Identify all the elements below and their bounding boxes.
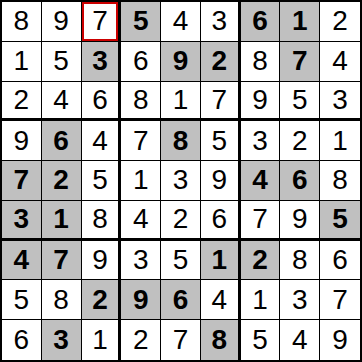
cell-r6c1[interactable]: 3 (2, 201, 42, 241)
cell-r4c5[interactable]: 8 (161, 121, 201, 161)
cell-r2c3[interactable]: 3 (82, 42, 122, 82)
cell-r1c3-selected[interactable]: 7 (82, 2, 122, 42)
cell-r3c4[interactable]: 8 (121, 82, 161, 122)
cell-r6c6[interactable]: 6 (201, 201, 241, 241)
cell-r7c6[interactable]: 1 (201, 241, 241, 281)
cell-r1c7[interactable]: 6 (241, 2, 281, 42)
cell-r4c9[interactable]: 1 (320, 121, 360, 161)
cell-r8c5[interactable]: 6 (161, 280, 201, 320)
cell-r7c5[interactable]: 5 (161, 241, 201, 281)
cell-r3c9[interactable]: 3 (320, 82, 360, 122)
cell-r3c1[interactable]: 2 (2, 82, 42, 122)
cell-r5c3[interactable]: 5 (82, 161, 122, 201)
cell-r4c4[interactable]: 7 (121, 121, 161, 161)
cell-r8c3[interactable]: 2 (82, 280, 122, 320)
sudoku-board: 8975436121536928742468179539647853217251… (0, 0, 362, 362)
cell-r3c8[interactable]: 5 (280, 82, 320, 122)
cell-r2c4[interactable]: 6 (121, 42, 161, 82)
cell-r4c2[interactable]: 6 (42, 121, 82, 161)
cell-r8c6[interactable]: 4 (201, 280, 241, 320)
cell-r9c5[interactable]: 7 (161, 320, 201, 360)
cell-r8c9[interactable]: 7 (320, 280, 360, 320)
cell-r8c2[interactable]: 8 (42, 280, 82, 320)
cell-r5c4[interactable]: 1 (121, 161, 161, 201)
cell-r9c8[interactable]: 4 (280, 320, 320, 360)
cell-r1c6[interactable]: 3 (201, 2, 241, 42)
cell-r9c4[interactable]: 2 (121, 320, 161, 360)
cell-r5c6[interactable]: 9 (201, 161, 241, 201)
cell-r2c7[interactable]: 8 (241, 42, 281, 82)
cell-r2c9[interactable]: 4 (320, 42, 360, 82)
cell-r7c3[interactable]: 9 (82, 241, 122, 281)
cell-r7c4[interactable]: 3 (121, 241, 161, 281)
cell-r5c8[interactable]: 6 (280, 161, 320, 201)
cell-r2c2[interactable]: 5 (42, 42, 82, 82)
cell-r1c8[interactable]: 1 (280, 2, 320, 42)
cell-r9c2[interactable]: 3 (42, 320, 82, 360)
cell-r3c3[interactable]: 6 (82, 82, 122, 122)
cell-r1c5[interactable]: 4 (161, 2, 201, 42)
cell-r1c2[interactable]: 9 (42, 2, 82, 42)
cell-r8c4[interactable]: 9 (121, 280, 161, 320)
cell-r9c9[interactable]: 9 (320, 320, 360, 360)
cell-r9c7[interactable]: 5 (241, 320, 281, 360)
cell-r7c1[interactable]: 4 (2, 241, 42, 281)
cell-r1c1[interactable]: 8 (2, 2, 42, 42)
cell-r7c8[interactable]: 8 (280, 241, 320, 281)
cell-r4c3[interactable]: 4 (82, 121, 122, 161)
cell-r4c6[interactable]: 5 (201, 121, 241, 161)
cell-r4c1[interactable]: 9 (2, 121, 42, 161)
cell-r3c5[interactable]: 1 (161, 82, 201, 122)
cell-r8c7[interactable]: 1 (241, 280, 281, 320)
cell-r6c4[interactable]: 4 (121, 201, 161, 241)
cell-r6c8[interactable]: 9 (280, 201, 320, 241)
cell-r7c7[interactable]: 2 (241, 241, 281, 281)
cell-r6c3[interactable]: 8 (82, 201, 122, 241)
cell-r2c5[interactable]: 9 (161, 42, 201, 82)
cell-r9c3[interactable]: 1 (82, 320, 122, 360)
cell-r5c9[interactable]: 8 (320, 161, 360, 201)
cell-r3c7[interactable]: 9 (241, 82, 281, 122)
cell-r7c9[interactable]: 6 (320, 241, 360, 281)
cell-r8c8[interactable]: 3 (280, 280, 320, 320)
cell-r1c4[interactable]: 5 (121, 2, 161, 42)
cell-r2c6[interactable]: 2 (201, 42, 241, 82)
cell-r9c1[interactable]: 6 (2, 320, 42, 360)
cell-r6c2[interactable]: 1 (42, 201, 82, 241)
cell-r9c6[interactable]: 8 (201, 320, 241, 360)
cell-r4c8[interactable]: 2 (280, 121, 320, 161)
cell-r8c1[interactable]: 5 (2, 280, 42, 320)
cell-r2c1[interactable]: 1 (2, 42, 42, 82)
cell-r1c9[interactable]: 2 (320, 2, 360, 42)
cell-r6c7[interactable]: 7 (241, 201, 281, 241)
cell-r6c5[interactable]: 2 (161, 201, 201, 241)
cell-r7c2[interactable]: 7 (42, 241, 82, 281)
cell-r6c9[interactable]: 5 (320, 201, 360, 241)
cell-r4c7[interactable]: 3 (241, 121, 281, 161)
cell-r5c1[interactable]: 7 (2, 161, 42, 201)
cell-r3c6[interactable]: 7 (201, 82, 241, 122)
cell-r2c8[interactable]: 7 (280, 42, 320, 82)
cell-r5c2[interactable]: 2 (42, 161, 82, 201)
cell-r3c2[interactable]: 4 (42, 82, 82, 122)
cell-r5c7[interactable]: 4 (241, 161, 281, 201)
cell-r5c5[interactable]: 3 (161, 161, 201, 201)
